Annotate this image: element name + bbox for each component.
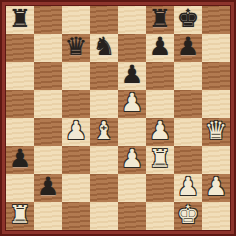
black-pawn-piece: ♟ [149,33,171,61]
square-b3[interactable] [34,146,62,174]
square-g6[interactable] [174,62,202,90]
black-pawn-piece: ♟ [177,33,199,61]
square-h3[interactable] [202,146,230,174]
square-b5[interactable] [34,90,62,118]
square-c2[interactable] [62,174,90,202]
white-pawn-piece: ♟ [149,117,171,145]
white-king-piece: ♚ [177,201,199,229]
square-b4[interactable] [34,118,62,146]
square-e8[interactable] [118,6,146,34]
square-f7[interactable]: ♟ [146,34,174,62]
square-c4[interactable]: ♟ [62,118,90,146]
white-pawn-piece: ♟ [121,145,143,173]
square-d5[interactable] [90,90,118,118]
square-e1[interactable] [118,202,146,230]
white-bishop-piece: ♝ [93,117,115,145]
square-f4[interactable]: ♟ [146,118,174,146]
square-h8[interactable] [202,6,230,34]
board-frame: ♜♜♚♛♞♟♟♟♟♟♝♟♛♟♟♜♟♟♟♜♚ [0,0,236,236]
black-queen-piece: ♛ [65,33,87,61]
square-a2[interactable] [6,174,34,202]
black-king-piece: ♚ [177,5,199,33]
square-h4[interactable]: ♛ [202,118,230,146]
square-b2[interactable]: ♟ [34,174,62,202]
square-b7[interactable] [34,34,62,62]
square-a6[interactable] [6,62,34,90]
square-e5[interactable]: ♟ [118,90,146,118]
square-c8[interactable] [62,6,90,34]
square-h1[interactable] [202,202,230,230]
black-pawn-piece: ♟ [9,145,31,173]
square-b8[interactable] [34,6,62,34]
square-h2[interactable]: ♟ [202,174,230,202]
square-d2[interactable] [90,174,118,202]
square-e2[interactable] [118,174,146,202]
square-c1[interactable] [62,202,90,230]
white-pawn-piece: ♟ [65,117,87,145]
square-e7[interactable] [118,34,146,62]
square-g2[interactable]: ♟ [174,174,202,202]
square-f2[interactable] [146,174,174,202]
square-b1[interactable] [34,202,62,230]
square-b6[interactable] [34,62,62,90]
square-e4[interactable] [118,118,146,146]
black-knight-piece: ♞ [93,33,115,61]
white-pawn-piece: ♟ [121,89,143,117]
square-g8[interactable]: ♚ [174,6,202,34]
chess-board: ♜♜♚♛♞♟♟♟♟♟♝♟♛♟♟♜♟♟♟♜♚ [6,6,230,230]
square-g4[interactable] [174,118,202,146]
square-g1[interactable]: ♚ [174,202,202,230]
white-queen-piece: ♛ [205,117,227,145]
square-d6[interactable] [90,62,118,90]
square-a4[interactable] [6,118,34,146]
square-c3[interactable] [62,146,90,174]
black-rook-piece: ♜ [9,5,31,33]
square-d4[interactable]: ♝ [90,118,118,146]
square-a1[interactable]: ♜ [6,202,34,230]
white-pawn-piece: ♟ [205,173,227,201]
square-d1[interactable] [90,202,118,230]
square-a5[interactable] [6,90,34,118]
square-d7[interactable]: ♞ [90,34,118,62]
square-g5[interactable] [174,90,202,118]
square-a3[interactable]: ♟ [6,146,34,174]
square-h5[interactable] [202,90,230,118]
square-f1[interactable] [146,202,174,230]
square-e3[interactable]: ♟ [118,146,146,174]
square-c7[interactable]: ♛ [62,34,90,62]
square-a8[interactable]: ♜ [6,6,34,34]
black-pawn-piece: ♟ [121,61,143,89]
square-c5[interactable] [62,90,90,118]
square-g7[interactable]: ♟ [174,34,202,62]
square-h7[interactable] [202,34,230,62]
white-rook-piece: ♜ [149,145,171,173]
square-a7[interactable] [6,34,34,62]
white-pawn-piece: ♟ [177,173,199,201]
square-d3[interactable] [90,146,118,174]
square-d8[interactable] [90,6,118,34]
square-f6[interactable] [146,62,174,90]
square-f8[interactable]: ♜ [146,6,174,34]
square-g3[interactable] [174,146,202,174]
square-f5[interactable] [146,90,174,118]
square-f3[interactable]: ♜ [146,146,174,174]
square-h6[interactable] [202,62,230,90]
black-rook-piece: ♜ [149,5,171,33]
square-e6[interactable]: ♟ [118,62,146,90]
square-c6[interactable] [62,62,90,90]
black-pawn-piece: ♟ [37,173,59,201]
white-rook-piece: ♜ [9,201,31,229]
